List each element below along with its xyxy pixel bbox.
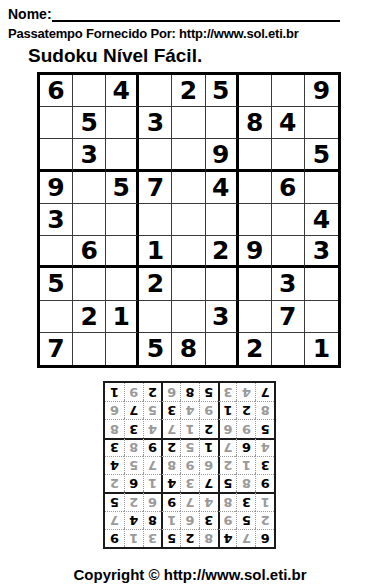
solution-cell-r8c1: 8 [255, 401, 274, 419]
page: Nome: Passatempo Fornecido Por: http://w… [0, 0, 380, 585]
name-row: Nome: [8, 6, 340, 22]
puzzle-cell-r9c3 [106, 333, 139, 365]
puzzle-cell-r4c6: 4 [206, 172, 239, 204]
solution-cell-r6c6: 2 [161, 438, 180, 456]
puzzle-cell-r6c9: 3 [305, 236, 338, 268]
solution-cell-r9c3: 3 [218, 383, 237, 401]
puzzle-cell-r7c5 [172, 268, 205, 300]
puzzle-cell-r7c3 [106, 268, 139, 300]
puzzle-cell-r5c5 [172, 204, 205, 236]
solution-cell-r4c9: 2 [105, 474, 124, 492]
solution-cell-r5c5: 9 [180, 456, 199, 474]
puzzle-cell-r3c5 [172, 139, 205, 171]
solution-cell-r5c7: 7 [143, 456, 162, 474]
solution-cell-r8c4: 9 [199, 401, 218, 419]
puzzle-cell-r2c1 [40, 107, 73, 139]
puzzle-cell-r4c1: 9 [40, 172, 73, 204]
puzzle-cell-r9c2 [73, 333, 106, 365]
solution-cell-r4c8: 6 [124, 474, 143, 492]
puzzle-cell-r8c2: 2 [73, 301, 106, 333]
puzzle-cell-r9c8 [272, 333, 305, 365]
solution-cell-r6c7: 9 [143, 438, 162, 456]
puzzle-cell-r3c4 [139, 139, 172, 171]
name-label: Nome: [8, 6, 52, 22]
solution-cell-r7c4: 2 [199, 419, 218, 437]
solution-cell-r5c2: 1 [236, 456, 255, 474]
solution-cell-r3c6: 9 [161, 492, 180, 510]
puzzle-cell-r3c3 [106, 139, 139, 171]
puzzle-cell-r2c3 [106, 107, 139, 139]
puzzle-cell-r6c7: 9 [239, 236, 272, 268]
solution-cell-r7c8: 3 [124, 419, 143, 437]
solution-cell-r4c5: 3 [180, 474, 199, 492]
solution-cell-r3c9: 5 [105, 492, 124, 510]
solution-grid-wrapper: 6748253192593618471384796259857341623126… [103, 381, 276, 549]
name-fill-line [52, 6, 340, 22]
solution-cell-r1c3: 4 [218, 529, 237, 547]
solution-cell-r5c8: 5 [124, 456, 143, 474]
puzzle-cell-r3c1 [40, 139, 73, 171]
solution-cell-r9c2: 4 [236, 383, 255, 401]
puzzle-cell-r1c9: 9 [305, 75, 338, 107]
solution-cell-r3c1: 1 [255, 492, 274, 510]
puzzle-cell-r1c4 [139, 75, 172, 107]
solution-cell-r2c5: 6 [180, 511, 199, 529]
solution-cell-r9c7: 2 [143, 383, 162, 401]
puzzle-cell-r1c6: 5 [206, 75, 239, 107]
solution-cell-r2c1: 2 [255, 511, 274, 529]
puzzle-cell-r7c1: 5 [40, 268, 73, 300]
puzzle-cell-r1c7 [239, 75, 272, 107]
puzzle-cell-r8c7 [239, 301, 272, 333]
puzzle-cell-r1c3: 4 [106, 75, 139, 107]
puzzle-cell-r5c9: 4 [305, 204, 338, 236]
puzzle-grid: 642595384395957463461293523213775821 [37, 72, 341, 368]
puzzle-cell-r4c8: 6 [272, 172, 305, 204]
copyright-text: Copyright © http://www.sol.eti.br [0, 566, 380, 583]
puzzle-cell-r6c6: 2 [206, 236, 239, 268]
puzzle-cell-r2c4: 3 [139, 107, 172, 139]
solution-cell-r6c4: 1 [199, 438, 218, 456]
puzzle-cell-r6c2: 6 [73, 236, 106, 268]
puzzle-cell-r8c4 [139, 301, 172, 333]
solution-cell-r8c5: 4 [180, 401, 199, 419]
puzzle-cell-r5c6 [206, 204, 239, 236]
puzzle-cell-r8c5 [172, 301, 205, 333]
solution-cell-r1c7: 3 [143, 529, 162, 547]
page-title: Sudoku Nível Fácil. [28, 45, 380, 67]
solution-cell-r7c1: 5 [255, 419, 274, 437]
solution-cell-r3c2: 3 [236, 492, 255, 510]
solution-cell-r6c1: 4 [255, 438, 274, 456]
puzzle-cell-r9c7: 2 [239, 333, 272, 365]
puzzle-cell-r3c7 [239, 139, 272, 171]
solution-cell-r3c5: 7 [180, 492, 199, 510]
solution-cell-r9c9: 1 [105, 383, 124, 401]
puzzle-cell-r1c8 [272, 75, 305, 107]
puzzle-cell-r7c4: 2 [139, 268, 172, 300]
solution-cell-r2c6: 1 [161, 511, 180, 529]
solution-cell-r1c9: 9 [105, 529, 124, 547]
puzzle-cell-r2c8: 4 [272, 107, 305, 139]
solution-cell-r5c3: 2 [218, 456, 237, 474]
puzzle-cell-r5c4 [139, 204, 172, 236]
puzzle-cell-r3c8 [272, 139, 305, 171]
solution-cell-r1c2: 7 [236, 529, 255, 547]
puzzle-cell-r4c2 [73, 172, 106, 204]
solution-cell-r2c3: 9 [218, 511, 237, 529]
puzzle-cell-r1c1: 6 [40, 75, 73, 107]
puzzle-cell-r8c6: 3 [206, 301, 239, 333]
puzzle-cell-r9c9: 1 [305, 333, 338, 365]
solution-cell-r8c9: 6 [105, 401, 124, 419]
solution-cell-r8c7: 5 [143, 401, 162, 419]
solution-cell-r3c7: 6 [143, 492, 162, 510]
provider-line: Passatempo Fornecido Por: http://www.sol… [8, 26, 380, 41]
puzzle-cell-r4c5 [172, 172, 205, 204]
puzzle-cell-r7c2 [73, 268, 106, 300]
solution-cell-r2c8: 4 [124, 511, 143, 529]
solution-cell-r4c3: 5 [218, 474, 237, 492]
puzzle-cell-r5c8 [272, 204, 305, 236]
puzzle-cell-r1c2 [73, 75, 106, 107]
puzzle-cell-r4c9 [305, 172, 338, 204]
solution-cell-r5c9: 4 [105, 456, 124, 474]
puzzle-cell-r2c5 [172, 107, 205, 139]
puzzle-cell-r7c7 [239, 268, 272, 300]
solution-cell-r8c8: 7 [124, 401, 143, 419]
solution-cell-r4c1: 9 [255, 474, 274, 492]
solution-cell-r7c9: 8 [105, 419, 124, 437]
solution-cell-r1c1: 6 [255, 529, 274, 547]
puzzle-cell-r9c5: 8 [172, 333, 205, 365]
puzzle-cell-r7c6 [206, 268, 239, 300]
solution-cell-r4c7: 1 [143, 474, 162, 492]
puzzle-cell-r5c1: 3 [40, 204, 73, 236]
header: Nome: Passatempo Fornecido Por: http://w… [0, 0, 380, 67]
solution-cell-r3c3: 8 [218, 492, 237, 510]
puzzle-cell-r4c3: 5 [106, 172, 139, 204]
solution-cell-r5c1: 3 [255, 456, 274, 474]
puzzle-cell-r2c6 [206, 107, 239, 139]
solution-cell-r6c5: 5 [180, 438, 199, 456]
puzzle-cell-r2c9 [305, 107, 338, 139]
puzzle-cell-r3c6: 9 [206, 139, 239, 171]
puzzle-cell-r2c7: 8 [239, 107, 272, 139]
solution-cell-r8c2: 2 [236, 401, 255, 419]
puzzle-cell-r6c1 [40, 236, 73, 268]
solution-cell-r9c8: 9 [124, 383, 143, 401]
solution-cell-r3c8: 2 [124, 492, 143, 510]
puzzle-cell-r5c7 [239, 204, 272, 236]
puzzle-cell-r8c1 [40, 301, 73, 333]
puzzle-cell-r7c9 [305, 268, 338, 300]
solution-cell-r7c5: 1 [180, 419, 199, 437]
puzzle-cell-r8c3: 1 [106, 301, 139, 333]
solution-cell-r2c7: 8 [143, 511, 162, 529]
solution-cell-r7c7: 4 [143, 419, 162, 437]
solution-cell-r2c2: 5 [236, 511, 255, 529]
puzzle-cell-r4c7 [239, 172, 272, 204]
solution-cell-r6c9: 3 [105, 438, 124, 456]
puzzle-cell-r5c3 [106, 204, 139, 236]
solution-cell-r2c9: 7 [105, 511, 124, 529]
solution-cell-r4c6: 4 [161, 474, 180, 492]
solution-grid: 6748253192593618471384796259857341623126… [103, 381, 276, 549]
solution-cell-r3c4: 4 [199, 492, 218, 510]
puzzle-cell-r9c1: 7 [40, 333, 73, 365]
solution-cell-r6c3: 7 [218, 438, 237, 456]
solution-cell-r1c8: 1 [124, 529, 143, 547]
solution-cell-r5c6: 8 [161, 456, 180, 474]
puzzle-cell-r6c4: 1 [139, 236, 172, 268]
solution-cell-r9c5: 8 [180, 383, 199, 401]
solution-cell-r2c4: 3 [199, 511, 218, 529]
solution-cell-r1c4: 8 [199, 529, 218, 547]
puzzle-cell-r2c2: 5 [73, 107, 106, 139]
solution-cell-r1c5: 2 [180, 529, 199, 547]
puzzle-cell-r8c8: 7 [272, 301, 305, 333]
solution-cell-r8c6: 3 [161, 401, 180, 419]
solution-cell-r7c2: 9 [236, 419, 255, 437]
puzzle-cell-r8c9 [305, 301, 338, 333]
puzzle-cell-r5c2 [73, 204, 106, 236]
solution-cell-r5c4: 6 [199, 456, 218, 474]
solution-cell-r6c2: 6 [236, 438, 255, 456]
solution-cell-r8c3: 1 [218, 401, 237, 419]
puzzle-cell-r4c4: 7 [139, 172, 172, 204]
solution-cell-r7c6: 7 [161, 419, 180, 437]
puzzle-cell-r3c2: 3 [73, 139, 106, 171]
puzzle-cell-r9c4: 5 [139, 333, 172, 365]
solution-cell-r9c1: 7 [255, 383, 274, 401]
solution-cell-r6c8: 8 [124, 438, 143, 456]
puzzle-cell-r9c6 [206, 333, 239, 365]
puzzle-cell-r6c8 [272, 236, 305, 268]
puzzle-cell-r6c5 [172, 236, 205, 268]
solution-cell-r7c3: 6 [218, 419, 237, 437]
solution-cell-r4c2: 8 [236, 474, 255, 492]
puzzle-cell-r7c8: 3 [272, 268, 305, 300]
solution-cell-r1c6: 5 [161, 529, 180, 547]
puzzle-cell-r6c3 [106, 236, 139, 268]
puzzle-cell-r3c9: 5 [305, 139, 338, 171]
solution-cell-r9c4: 5 [199, 383, 218, 401]
puzzle-cell-r1c5: 2 [172, 75, 205, 107]
solution-cell-r4c4: 7 [199, 474, 218, 492]
solution-cell-r9c6: 6 [161, 383, 180, 401]
